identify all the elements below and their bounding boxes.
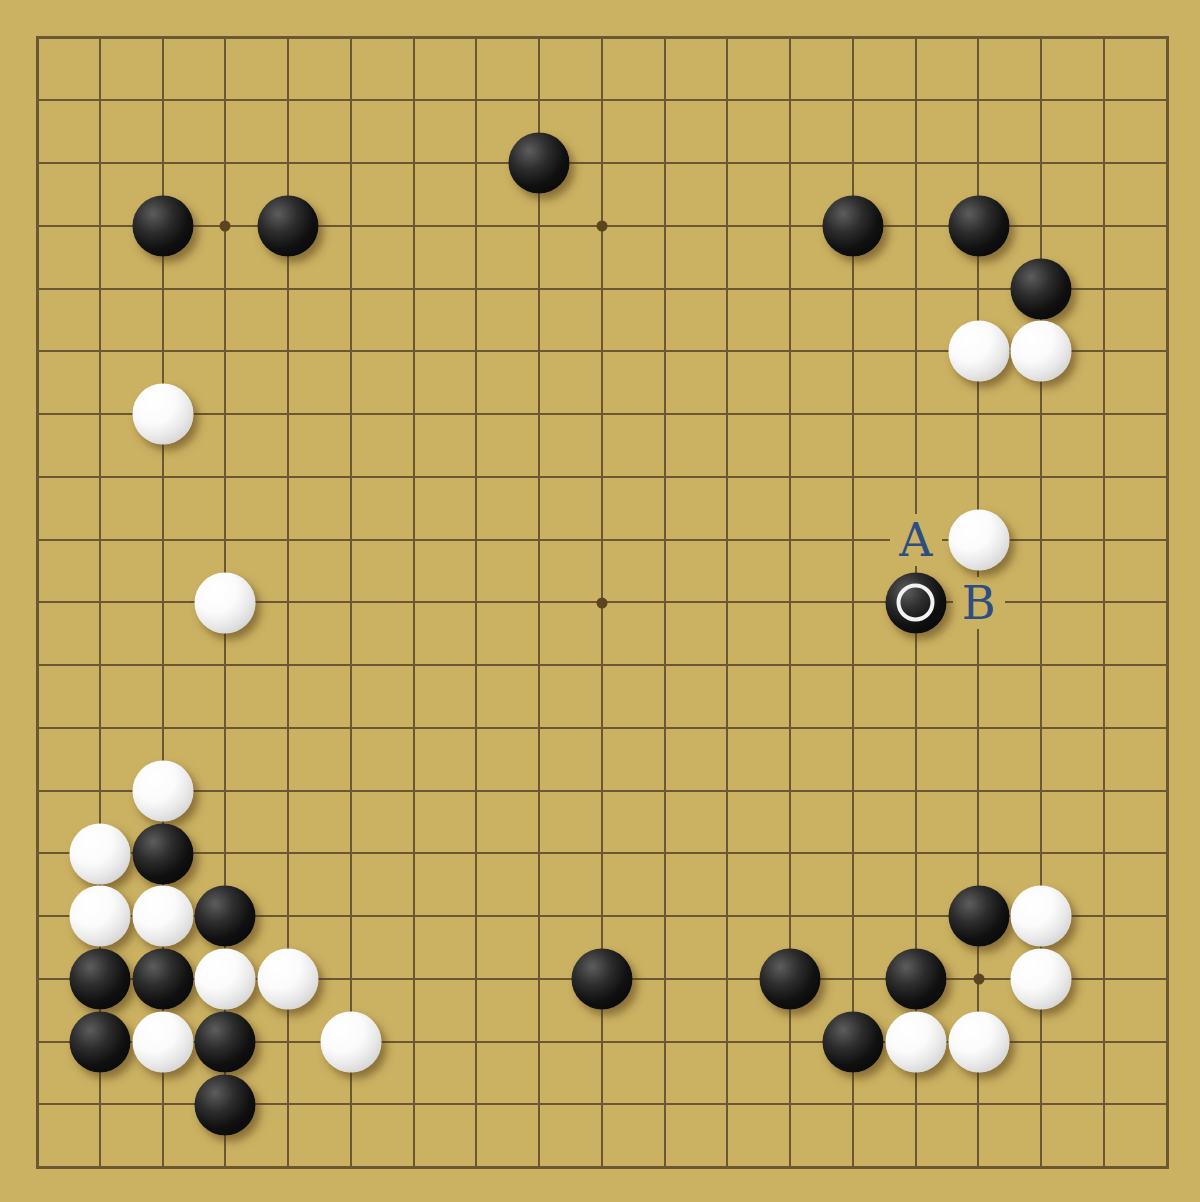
intersection[interactable] [68, 1136, 131, 1199]
intersection[interactable] [1073, 6, 1136, 69]
intersection[interactable] [570, 508, 633, 571]
intersection[interactable] [68, 6, 131, 69]
intersection[interactable] [6, 822, 69, 885]
intersection[interactable] [6, 383, 69, 446]
intersection[interactable] [759, 6, 822, 69]
intersection[interactable] [445, 948, 508, 1011]
intersection[interactable] [947, 132, 1010, 195]
intersection[interactable] [68, 320, 131, 383]
intersection[interactable] [1135, 759, 1198, 822]
intersection[interactable] [131, 697, 194, 760]
intersection[interactable] [1073, 194, 1136, 257]
intersection[interactable] [382, 194, 445, 257]
intersection[interactable] [445, 634, 508, 697]
intersection[interactable] [508, 320, 571, 383]
intersection[interactable] [68, 383, 131, 446]
intersection[interactable] [445, 194, 508, 257]
intersection[interactable] [68, 571, 131, 634]
intersection[interactable] [6, 6, 69, 69]
intersection[interactable] [6, 1136, 69, 1199]
intersection[interactable] [508, 822, 571, 885]
intersection[interactable] [194, 132, 257, 195]
intersection[interactable] [257, 697, 320, 760]
intersection[interactable] [445, 445, 508, 508]
intersection[interactable] [131, 571, 194, 634]
intersection[interactable] [696, 194, 759, 257]
intersection[interactable] [947, 257, 1010, 320]
intersection[interactable] [68, 1073, 131, 1136]
intersection[interactable] [6, 697, 69, 760]
intersection[interactable] [6, 194, 69, 257]
intersection[interactable] [696, 571, 759, 634]
intersection[interactable] [1135, 571, 1198, 634]
intersection[interactable] [6, 445, 69, 508]
intersection[interactable] [570, 132, 633, 195]
intersection[interactable] [257, 508, 320, 571]
move-option-label-b[interactable]: B [953, 577, 1005, 629]
intersection[interactable] [445, 822, 508, 885]
intersection[interactable] [947, 383, 1010, 446]
intersection[interactable] [1135, 6, 1198, 69]
intersection[interactable] [68, 69, 131, 132]
intersection[interactable] [508, 194, 571, 257]
intersection[interactable] [257, 132, 320, 195]
intersection[interactable] [1010, 759, 1073, 822]
intersection[interactable] [884, 697, 947, 760]
intersection[interactable] [633, 885, 696, 948]
intersection[interactable] [257, 822, 320, 885]
intersection[interactable] [884, 69, 947, 132]
intersection[interactable] [445, 257, 508, 320]
intersection[interactable] [1073, 383, 1136, 446]
intersection[interactable] [1010, 1136, 1073, 1199]
intersection[interactable] [1135, 1136, 1198, 1199]
intersection[interactable] [508, 383, 571, 446]
intersection[interactable] [194, 383, 257, 446]
intersection[interactable] [508, 634, 571, 697]
intersection[interactable] [947, 69, 1010, 132]
intersection[interactable] [319, 634, 382, 697]
intersection[interactable] [1135, 194, 1198, 257]
intersection[interactable] [382, 6, 445, 69]
intersection[interactable] [382, 1136, 445, 1199]
intersection[interactable] [1010, 634, 1073, 697]
intersection[interactable] [6, 571, 69, 634]
intersection[interactable] [1073, 508, 1136, 571]
intersection[interactable] [445, 508, 508, 571]
intersection[interactable] [696, 383, 759, 446]
intersection[interactable] [1135, 445, 1198, 508]
intersection[interactable] [508, 257, 571, 320]
intersection[interactable] [257, 6, 320, 69]
intersection[interactable] [1010, 1010, 1073, 1073]
intersection[interactable] [68, 634, 131, 697]
intersection[interactable] [570, 320, 633, 383]
intersection[interactable] [570, 1010, 633, 1073]
move-option-label-a[interactable]: A [890, 514, 942, 566]
intersection[interactable] [759, 383, 822, 446]
intersection[interactable] [319, 571, 382, 634]
intersection[interactable] [445, 759, 508, 822]
intersection[interactable] [319, 1073, 382, 1136]
intersection[interactable] [570, 634, 633, 697]
intersection[interactable] [759, 1136, 822, 1199]
intersection[interactable] [445, 69, 508, 132]
intersection[interactable] [1010, 697, 1073, 760]
intersection[interactable] [6, 759, 69, 822]
intersection[interactable] [131, 257, 194, 320]
intersection[interactable] [1010, 6, 1073, 69]
intersection[interactable] [884, 1136, 947, 1199]
intersection[interactable] [131, 508, 194, 571]
intersection[interactable] [570, 445, 633, 508]
intersection[interactable] [1073, 571, 1136, 634]
intersection[interactable] [696, 508, 759, 571]
intersection[interactable] [633, 69, 696, 132]
intersection[interactable] [759, 320, 822, 383]
intersection[interactable] [696, 445, 759, 508]
intersection[interactable] [382, 571, 445, 634]
intersection[interactable] [759, 1073, 822, 1136]
intersection[interactable] [759, 697, 822, 760]
intersection[interactable] [508, 6, 571, 69]
intersection[interactable] [633, 571, 696, 634]
intersection[interactable] [382, 759, 445, 822]
intersection[interactable] [633, 194, 696, 257]
intersection[interactable] [68, 445, 131, 508]
intersection[interactable] [194, 697, 257, 760]
intersection[interactable] [822, 6, 885, 69]
intersection[interactable] [6, 1073, 69, 1136]
intersection[interactable] [822, 822, 885, 885]
intersection[interactable] [1073, 948, 1136, 1011]
intersection[interactable] [508, 759, 571, 822]
intersection[interactable] [1073, 759, 1136, 822]
intersection[interactable] [884, 634, 947, 697]
intersection[interactable] [445, 132, 508, 195]
intersection[interactable] [1073, 320, 1136, 383]
intersection[interactable] [759, 508, 822, 571]
intersection[interactable] [131, 634, 194, 697]
intersection[interactable] [382, 132, 445, 195]
intersection[interactable] [319, 697, 382, 760]
intersection[interactable] [696, 320, 759, 383]
intersection[interactable] [822, 320, 885, 383]
intersection[interactable] [319, 6, 382, 69]
intersection[interactable] [1010, 132, 1073, 195]
intersection[interactable] [822, 634, 885, 697]
intersection[interactable] [759, 885, 822, 948]
intersection[interactable] [633, 1073, 696, 1136]
intersection[interactable] [319, 320, 382, 383]
intersection[interactable] [822, 132, 885, 195]
intersection[interactable] [194, 634, 257, 697]
intersection[interactable] [131, 1136, 194, 1199]
intersection[interactable] [884, 6, 947, 69]
intersection[interactable] [68, 697, 131, 760]
intersection[interactable] [508, 885, 571, 948]
intersection[interactable] [319, 948, 382, 1011]
intersection[interactable] [382, 383, 445, 446]
intersection[interactable] [445, 1010, 508, 1073]
intersection[interactable] [696, 948, 759, 1011]
intersection[interactable] [696, 69, 759, 132]
intersection[interactable] [696, 257, 759, 320]
intersection[interactable] [1010, 69, 1073, 132]
intersection[interactable] [696, 1073, 759, 1136]
intersection[interactable] [445, 383, 508, 446]
intersection[interactable] [319, 69, 382, 132]
intersection[interactable] [194, 257, 257, 320]
intersection[interactable] [1010, 383, 1073, 446]
intersection[interactable] [1010, 445, 1073, 508]
intersection[interactable] [382, 69, 445, 132]
intersection[interactable] [947, 1136, 1010, 1199]
intersection[interactable] [319, 759, 382, 822]
intersection[interactable] [1010, 508, 1073, 571]
intersection[interactable] [508, 948, 571, 1011]
intersection[interactable] [696, 697, 759, 760]
intersection[interactable] [822, 445, 885, 508]
intersection[interactable] [822, 508, 885, 571]
intersection[interactable] [382, 508, 445, 571]
intersection[interactable] [570, 822, 633, 885]
intersection[interactable] [822, 697, 885, 760]
intersection[interactable] [696, 885, 759, 948]
intersection[interactable] [822, 885, 885, 948]
intersection[interactable] [570, 257, 633, 320]
intersection[interactable] [822, 257, 885, 320]
intersection[interactable] [1135, 383, 1198, 446]
intersection[interactable] [822, 948, 885, 1011]
intersection[interactable] [633, 445, 696, 508]
intersection[interactable] [633, 759, 696, 822]
intersection[interactable] [1073, 132, 1136, 195]
intersection[interactable] [6, 948, 69, 1011]
intersection[interactable] [884, 257, 947, 320]
intersection[interactable] [445, 6, 508, 69]
intersection[interactable] [1135, 132, 1198, 195]
intersection[interactable] [633, 383, 696, 446]
intersection[interactable] [884, 320, 947, 383]
intersection[interactable] [884, 194, 947, 257]
intersection[interactable] [633, 1010, 696, 1073]
intersection[interactable] [508, 445, 571, 508]
intersection[interactable] [633, 257, 696, 320]
intersection[interactable] [884, 132, 947, 195]
intersection[interactable] [1135, 1010, 1198, 1073]
intersection[interactable] [947, 6, 1010, 69]
intersection[interactable] [257, 320, 320, 383]
intersection[interactable] [633, 948, 696, 1011]
intersection[interactable] [382, 948, 445, 1011]
intersection[interactable] [319, 194, 382, 257]
intersection[interactable] [1010, 194, 1073, 257]
intersection[interactable] [6, 885, 69, 948]
intersection[interactable] [884, 822, 947, 885]
intersection[interactable] [131, 132, 194, 195]
intersection[interactable] [947, 634, 1010, 697]
intersection[interactable] [382, 445, 445, 508]
intersection[interactable] [822, 69, 885, 132]
intersection[interactable] [508, 508, 571, 571]
intersection[interactable] [633, 697, 696, 760]
intersection[interactable] [1135, 69, 1198, 132]
intersection[interactable] [445, 697, 508, 760]
intersection[interactable] [131, 69, 194, 132]
intersection[interactable] [257, 1136, 320, 1199]
intersection[interactable] [257, 383, 320, 446]
intersection[interactable] [194, 445, 257, 508]
intersection[interactable] [68, 132, 131, 195]
intersection[interactable] [319, 508, 382, 571]
intersection[interactable] [1135, 257, 1198, 320]
intersection[interactable] [257, 257, 320, 320]
intersection[interactable] [947, 759, 1010, 822]
intersection[interactable] [822, 383, 885, 446]
intersection[interactable] [319, 885, 382, 948]
intersection[interactable] [947, 822, 1010, 885]
intersection[interactable] [822, 571, 885, 634]
intersection[interactable] [6, 634, 69, 697]
intersection[interactable] [68, 257, 131, 320]
intersection[interactable] [194, 69, 257, 132]
intersection[interactable] [1073, 1073, 1136, 1136]
intersection[interactable] [319, 132, 382, 195]
intersection[interactable] [1010, 571, 1073, 634]
intersection[interactable] [194, 6, 257, 69]
intersection[interactable] [1135, 634, 1198, 697]
intersection[interactable] [884, 759, 947, 822]
intersection[interactable] [1135, 948, 1198, 1011]
intersection[interactable] [131, 445, 194, 508]
intersection[interactable] [382, 885, 445, 948]
intersection[interactable] [570, 1136, 633, 1199]
intersection[interactable] [884, 383, 947, 446]
intersection[interactable] [1073, 1136, 1136, 1199]
intersection[interactable] [1135, 697, 1198, 760]
intersection[interactable] [194, 759, 257, 822]
intersection[interactable] [445, 1136, 508, 1199]
intersection[interactable] [822, 759, 885, 822]
intersection[interactable] [822, 1136, 885, 1199]
intersection[interactable] [1135, 822, 1198, 885]
intersection[interactable] [1135, 508, 1198, 571]
intersection[interactable] [570, 1073, 633, 1136]
intersection[interactable] [194, 508, 257, 571]
intersection[interactable] [508, 697, 571, 760]
intersection[interactable] [570, 69, 633, 132]
intersection[interactable] [633, 320, 696, 383]
intersection[interactable] [257, 1073, 320, 1136]
intersection[interactable] [382, 634, 445, 697]
intersection[interactable] [1010, 1073, 1073, 1136]
intersection[interactable] [445, 571, 508, 634]
intersection[interactable] [1073, 257, 1136, 320]
intersection[interactable] [570, 6, 633, 69]
intersection[interactable] [319, 1136, 382, 1199]
intersection[interactable] [759, 257, 822, 320]
intersection[interactable] [319, 822, 382, 885]
intersection[interactable] [131, 320, 194, 383]
intersection[interactable] [194, 320, 257, 383]
intersection[interactable] [884, 445, 947, 508]
intersection[interactable] [1073, 822, 1136, 885]
intersection[interactable] [508, 571, 571, 634]
intersection[interactable] [884, 1073, 947, 1136]
intersection[interactable] [445, 320, 508, 383]
intersection[interactable] [696, 6, 759, 69]
intersection[interactable] [1135, 320, 1198, 383]
intersection[interactable] [696, 132, 759, 195]
intersection[interactable] [570, 885, 633, 948]
intersection[interactable] [759, 759, 822, 822]
intersection[interactable] [382, 822, 445, 885]
intersection[interactable] [759, 445, 822, 508]
intersection[interactable] [382, 697, 445, 760]
intersection[interactable] [696, 1010, 759, 1073]
intersection[interactable] [131, 1073, 194, 1136]
intersection[interactable] [382, 1010, 445, 1073]
intersection[interactable] [633, 6, 696, 69]
intersection[interactable] [6, 132, 69, 195]
intersection[interactable] [68, 759, 131, 822]
intersection[interactable] [508, 1073, 571, 1136]
intersection[interactable] [319, 257, 382, 320]
intersection[interactable] [696, 634, 759, 697]
intersection[interactable] [257, 445, 320, 508]
intersection[interactable] [947, 697, 1010, 760]
intersection[interactable] [194, 822, 257, 885]
intersection[interactable] [1073, 634, 1136, 697]
intersection[interactable] [570, 697, 633, 760]
intersection[interactable] [570, 383, 633, 446]
intersection[interactable] [6, 320, 69, 383]
intersection[interactable] [319, 383, 382, 446]
intersection[interactable] [759, 194, 822, 257]
intersection[interactable] [759, 69, 822, 132]
intersection[interactable] [696, 822, 759, 885]
intersection[interactable] [257, 571, 320, 634]
intersection[interactable] [131, 6, 194, 69]
intersection[interactable] [508, 1010, 571, 1073]
intersection[interactable] [6, 508, 69, 571]
intersection[interactable] [633, 508, 696, 571]
intersection[interactable] [1073, 1010, 1136, 1073]
intersection[interactable] [1073, 697, 1136, 760]
intersection[interactable] [1073, 69, 1136, 132]
intersection[interactable] [194, 1136, 257, 1199]
intersection[interactable] [633, 1136, 696, 1199]
intersection[interactable] [759, 571, 822, 634]
intersection[interactable] [257, 885, 320, 948]
intersection[interactable] [508, 69, 571, 132]
intersection[interactable] [6, 69, 69, 132]
intersection[interactable] [445, 1073, 508, 1136]
intersection[interactable] [696, 759, 759, 822]
intersection[interactable] [382, 257, 445, 320]
intersection[interactable] [759, 1010, 822, 1073]
intersection[interactable] [633, 132, 696, 195]
intersection[interactable] [1010, 822, 1073, 885]
intersection[interactable] [570, 759, 633, 822]
intersection[interactable] [884, 885, 947, 948]
intersection[interactable] [257, 1010, 320, 1073]
intersection[interactable] [68, 508, 131, 571]
intersection[interactable] [6, 1010, 69, 1073]
intersection[interactable] [1073, 445, 1136, 508]
intersection[interactable] [1073, 885, 1136, 948]
